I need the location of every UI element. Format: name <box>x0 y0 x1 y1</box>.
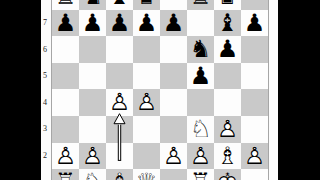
square-c2[interactable] <box>106 143 133 170</box>
white-knight: ♘ <box>79 169 106 180</box>
rank-label-4: 4 <box>40 98 50 107</box>
rank-label-6: 6 <box>40 45 50 54</box>
rank-label-2: 2 <box>40 151 50 160</box>
square-h6[interactable] <box>241 36 268 63</box>
square-e7[interactable]: ♟ <box>160 10 187 37</box>
square-d7[interactable]: ♟ <box>133 10 160 37</box>
black-pawn: ♟ <box>241 10 268 37</box>
square-g5[interactable] <box>214 63 241 90</box>
square-d2[interactable] <box>133 143 160 170</box>
white-knight: ♘ <box>187 116 214 143</box>
white-rook: ♖ <box>187 169 214 180</box>
square-f3[interactable]: ♞♘ <box>187 116 214 143</box>
white-bishop: ♗ <box>106 169 133 180</box>
white-queen: ♕ <box>133 169 160 180</box>
black-knight: ♞ <box>187 36 214 63</box>
square-a7[interactable]: ♟ <box>52 10 79 37</box>
black-pawn: ♟ <box>160 10 187 37</box>
black-pawn: ♟ <box>133 10 160 37</box>
square-a1[interactable]: ♜♖ <box>52 169 79 180</box>
square-f6[interactable]: ♞ <box>187 36 214 63</box>
white-pawn: ♙ <box>214 116 241 143</box>
square-b2[interactable]: ♟♙ <box>79 143 106 170</box>
square-f2[interactable]: ♟♙ <box>187 143 214 170</box>
square-e5[interactable] <box>160 63 187 90</box>
square-e1[interactable] <box>160 169 187 180</box>
white-bishop: ♗ <box>214 143 241 170</box>
square-b1[interactable]: ♞♘ <box>79 169 106 180</box>
white-pawn: ♙ <box>52 143 79 170</box>
square-h1[interactable] <box>241 169 268 180</box>
rank-label-3: 3 <box>40 124 50 133</box>
square-c5[interactable] <box>106 63 133 90</box>
square-c1[interactable]: ♝♗ <box>106 169 133 180</box>
square-e6[interactable] <box>160 36 187 63</box>
square-h4[interactable] <box>241 89 268 116</box>
white-rook: ♖ <box>52 169 79 180</box>
white-pawn: ♙ <box>187 143 214 170</box>
square-a2[interactable]: ♟♙ <box>52 143 79 170</box>
square-h3[interactable] <box>241 116 268 143</box>
black-pawn: ♟ <box>52 10 79 37</box>
video-frame: ♜♞♝♛♜♚♟♟♟♟♟♝♟♞♟♟♟♙♟♙♞♘♟♙♟♙♟♙♟♙♟♙♝♗♟♙♜♖♞♘… <box>0 0 320 180</box>
square-e2[interactable]: ♟♙ <box>160 143 187 170</box>
black-pawn: ♟ <box>187 63 214 90</box>
square-g6[interactable]: ♟ <box>214 36 241 63</box>
square-g3[interactable]: ♟♙ <box>214 116 241 143</box>
white-pawn: ♙ <box>241 143 268 170</box>
square-d6[interactable] <box>133 36 160 63</box>
square-d5[interactable] <box>133 63 160 90</box>
square-h7[interactable]: ♟ <box>241 10 268 37</box>
black-rook: ♜ <box>187 0 214 10</box>
square-e3[interactable] <box>160 116 187 143</box>
letterbox-left <box>0 0 41 180</box>
letterbox-right <box>278 0 320 180</box>
square-d4[interactable]: ♟♙ <box>133 89 160 116</box>
square-d3[interactable] <box>133 116 160 143</box>
square-g2[interactable]: ♝♗ <box>214 143 241 170</box>
square-f8[interactable]: ♜ <box>187 0 214 10</box>
square-e4[interactable] <box>160 89 187 116</box>
square-c7[interactable]: ♟ <box>106 10 133 37</box>
white-pawn: ♙ <box>79 143 106 170</box>
square-a6[interactable] <box>52 36 79 63</box>
black-pawn: ♟ <box>106 10 133 37</box>
square-d1[interactable]: ♛♕ <box>133 169 160 180</box>
square-f7[interactable] <box>187 10 214 37</box>
square-g4[interactable] <box>214 89 241 116</box>
square-c3[interactable] <box>106 116 133 143</box>
square-c4[interactable]: ♟♙ <box>106 89 133 116</box>
white-pawn: ♙ <box>133 89 160 116</box>
white-pawn: ♙ <box>106 89 133 116</box>
square-f5[interactable]: ♟ <box>187 63 214 90</box>
square-a3[interactable] <box>52 116 79 143</box>
square-f4[interactable] <box>187 89 214 116</box>
square-g1[interactable]: ♚♔ <box>214 169 241 180</box>
square-h2[interactable]: ♟♙ <box>241 143 268 170</box>
white-king: ♔ <box>214 169 241 180</box>
rank-label-7: 7 <box>40 18 50 27</box>
chess-board: ♜♞♝♛♜♚♟♟♟♟♟♝♟♞♟♟♟♙♟♙♞♘♟♙♟♙♟♙♟♙♟♙♝♗♟♙♜♖♞♘… <box>52 0 268 180</box>
square-b5[interactable] <box>79 63 106 90</box>
black-pawn: ♟ <box>79 10 106 37</box>
square-b4[interactable] <box>79 89 106 116</box>
square-c6[interactable] <box>106 36 133 63</box>
square-a4[interactable] <box>52 89 79 116</box>
square-b3[interactable] <box>79 116 106 143</box>
rank-label-5: 5 <box>40 71 50 80</box>
black-bishop: ♝ <box>214 10 241 37</box>
square-b6[interactable] <box>79 36 106 63</box>
square-a5[interactable] <box>52 63 79 90</box>
white-pawn: ♙ <box>160 143 187 170</box>
square-h5[interactable] <box>241 63 268 90</box>
square-f1[interactable]: ♜♖ <box>187 169 214 180</box>
square-b7[interactable]: ♟ <box>79 10 106 37</box>
square-g7[interactable]: ♝ <box>214 10 241 37</box>
black-pawn: ♟ <box>214 36 241 63</box>
